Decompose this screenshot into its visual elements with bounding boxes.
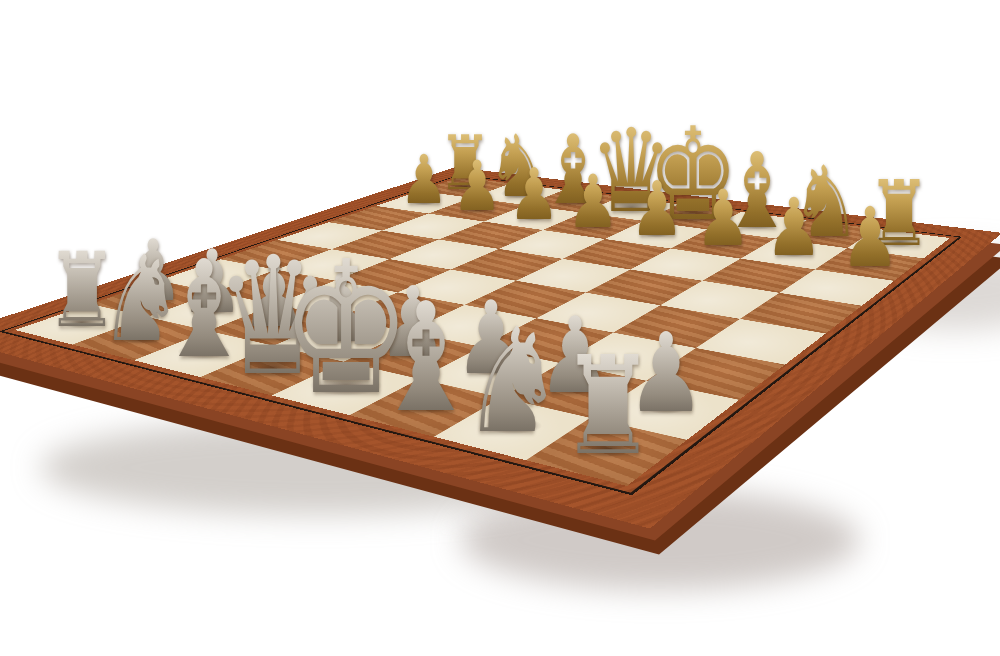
- chess-set-photo: ♜♞♝♛♚♝♞♜♟♟♟♟♟♟♟♟♜♞♝♛♚♝♞♜♟♟♟♟♟♟♟♟: [0, 0, 1000, 656]
